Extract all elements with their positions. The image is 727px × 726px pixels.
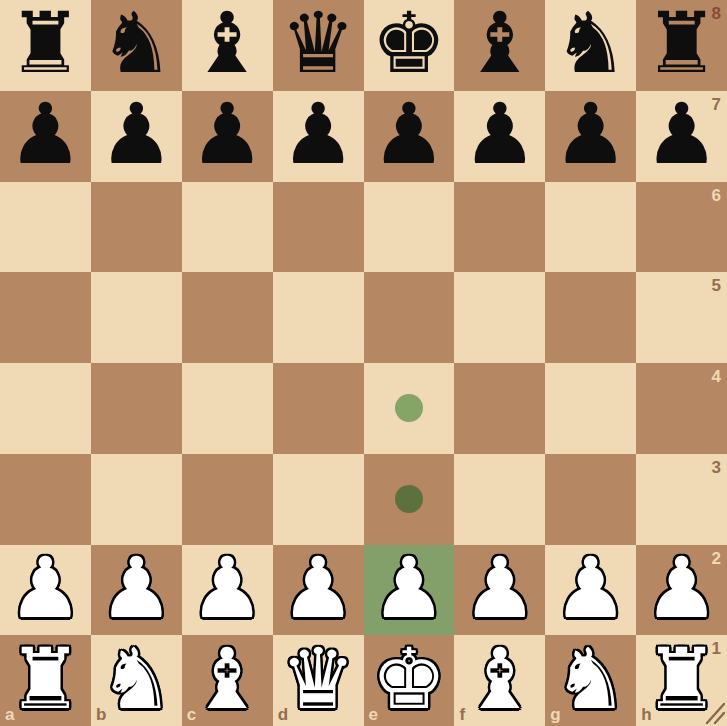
square-h2[interactable]: ♟2 <box>636 545 727 636</box>
white-pawn-a2[interactable]: ♟ <box>8 543 83 633</box>
white-pawn-b2[interactable]: ♟ <box>99 543 174 633</box>
white-bishop-f1[interactable]: ♝ <box>462 634 537 724</box>
square-h8[interactable]: ♜8 <box>636 0 727 91</box>
white-rook-a1[interactable]: ♜ <box>8 634 83 724</box>
rank-label-6: 6 <box>712 187 721 204</box>
square-d2[interactable]: ♟ <box>273 545 364 636</box>
black-pawn-f7[interactable]: ♟ <box>462 89 537 179</box>
square-c7[interactable]: ♟ <box>182 91 273 182</box>
square-b4[interactable] <box>91 363 182 454</box>
square-d3[interactable] <box>273 454 364 545</box>
square-d1[interactable]: ♛d <box>273 635 364 726</box>
white-queen-d1[interactable]: ♛ <box>280 634 355 724</box>
square-c2[interactable]: ♟ <box>182 545 273 636</box>
square-b1[interactable]: ♞b <box>91 635 182 726</box>
square-c5[interactable] <box>182 272 273 363</box>
white-pawn-c2[interactable]: ♟ <box>190 543 265 633</box>
square-f5[interactable] <box>454 272 545 363</box>
white-pawn-g2[interactable]: ♟ <box>553 543 628 633</box>
square-g4[interactable] <box>545 363 636 454</box>
square-a1[interactable]: ♜a <box>0 635 91 726</box>
square-f8[interactable]: ♝ <box>454 0 545 91</box>
square-d5[interactable] <box>273 272 364 363</box>
black-bishop-c8[interactable]: ♝ <box>190 0 265 88</box>
white-knight-b1[interactable]: ♞ <box>99 634 174 724</box>
square-d6[interactable] <box>273 182 364 273</box>
square-g7[interactable]: ♟ <box>545 91 636 182</box>
square-h7[interactable]: ♟7 <box>636 91 727 182</box>
white-pawn-d2[interactable]: ♟ <box>280 543 355 633</box>
white-knight-g1[interactable]: ♞ <box>553 634 628 724</box>
square-g2[interactable]: ♟ <box>545 545 636 636</box>
square-f1[interactable]: ♝f <box>454 635 545 726</box>
square-c8[interactable]: ♝ <box>182 0 273 91</box>
square-a2[interactable]: ♟ <box>0 545 91 636</box>
square-a6[interactable] <box>0 182 91 273</box>
chess-board: ♜♞♝♛♚♝♞♜8♟♟♟♟♟♟♟♟76543♟♟♟♟♟♟♟♟2♜a♞b♝c♛d♚… <box>0 0 727 726</box>
square-e4[interactable] <box>364 363 455 454</box>
square-f3[interactable] <box>454 454 545 545</box>
square-e8[interactable]: ♚ <box>364 0 455 91</box>
black-rook-h8[interactable]: ♜ <box>644 0 719 88</box>
square-b6[interactable] <box>91 182 182 273</box>
square-a3[interactable] <box>0 454 91 545</box>
square-h4[interactable]: 4 <box>636 363 727 454</box>
square-d4[interactable] <box>273 363 364 454</box>
black-queen-d8[interactable]: ♛ <box>280 0 355 88</box>
square-b7[interactable]: ♟ <box>91 91 182 182</box>
square-a8[interactable]: ♜ <box>0 0 91 91</box>
black-knight-g8[interactable]: ♞ <box>553 0 628 88</box>
square-a4[interactable] <box>0 363 91 454</box>
square-g5[interactable] <box>545 272 636 363</box>
black-pawn-d7[interactable]: ♟ <box>280 89 355 179</box>
square-e6[interactable] <box>364 182 455 273</box>
black-pawn-e7[interactable]: ♟ <box>371 89 446 179</box>
rank-label-4: 4 <box>712 368 721 385</box>
black-pawn-g7[interactable]: ♟ <box>553 89 628 179</box>
square-e2[interactable]: ♟ <box>364 545 455 636</box>
white-king-e1[interactable]: ♚ <box>371 634 446 724</box>
square-c1[interactable]: ♝c <box>182 635 273 726</box>
black-pawn-h7[interactable]: ♟ <box>644 89 719 179</box>
move-hint-dot-e3[interactable] <box>395 485 423 513</box>
black-pawn-b7[interactable]: ♟ <box>99 89 174 179</box>
white-pawn-e2[interactable]: ♟ <box>371 543 446 633</box>
square-g3[interactable] <box>545 454 636 545</box>
black-pawn-c7[interactable]: ♟ <box>190 89 265 179</box>
square-c4[interactable] <box>182 363 273 454</box>
square-f4[interactable] <box>454 363 545 454</box>
square-g1[interactable]: ♞g <box>545 635 636 726</box>
black-knight-b8[interactable]: ♞ <box>99 0 174 88</box>
rank-label-5: 5 <box>712 277 721 294</box>
square-e1[interactable]: ♚e <box>364 635 455 726</box>
square-g6[interactable] <box>545 182 636 273</box>
square-b8[interactable]: ♞ <box>91 0 182 91</box>
white-pawn-h2[interactable]: ♟ <box>644 543 719 633</box>
rank-label-3: 3 <box>712 459 721 476</box>
square-b5[interactable] <box>91 272 182 363</box>
square-c6[interactable] <box>182 182 273 273</box>
black-bishop-f8[interactable]: ♝ <box>462 0 537 88</box>
square-e7[interactable]: ♟ <box>364 91 455 182</box>
square-h6[interactable]: 6 <box>636 182 727 273</box>
square-d7[interactable]: ♟ <box>273 91 364 182</box>
square-e3[interactable] <box>364 454 455 545</box>
square-a5[interactable] <box>0 272 91 363</box>
square-c3[interactable] <box>182 454 273 545</box>
square-f2[interactable]: ♟ <box>454 545 545 636</box>
square-e5[interactable] <box>364 272 455 363</box>
square-f7[interactable]: ♟ <box>454 91 545 182</box>
square-f6[interactable] <box>454 182 545 273</box>
square-b2[interactable]: ♟ <box>91 545 182 636</box>
board-resize-handle[interactable] <box>703 702 725 724</box>
square-b3[interactable] <box>91 454 182 545</box>
square-h5[interactable]: 5 <box>636 272 727 363</box>
black-rook-a8[interactable]: ♜ <box>8 0 83 88</box>
chess-board-wrap: ♜♞♝♛♚♝♞♜8♟♟♟♟♟♟♟♟76543♟♟♟♟♟♟♟♟2♜a♞b♝c♛d♚… <box>0 0 727 726</box>
square-g8[interactable]: ♞ <box>545 0 636 91</box>
move-hint-dot-e4[interactable] <box>395 394 423 422</box>
square-d8[interactable]: ♛ <box>273 0 364 91</box>
square-h3[interactable]: 3 <box>636 454 727 545</box>
black-pawn-a7[interactable]: ♟ <box>8 89 83 179</box>
white-pawn-f2[interactable]: ♟ <box>462 543 537 633</box>
white-bishop-c1[interactable]: ♝ <box>190 634 265 724</box>
square-a7[interactable]: ♟ <box>0 91 91 182</box>
black-king-e8[interactable]: ♚ <box>371 0 446 88</box>
